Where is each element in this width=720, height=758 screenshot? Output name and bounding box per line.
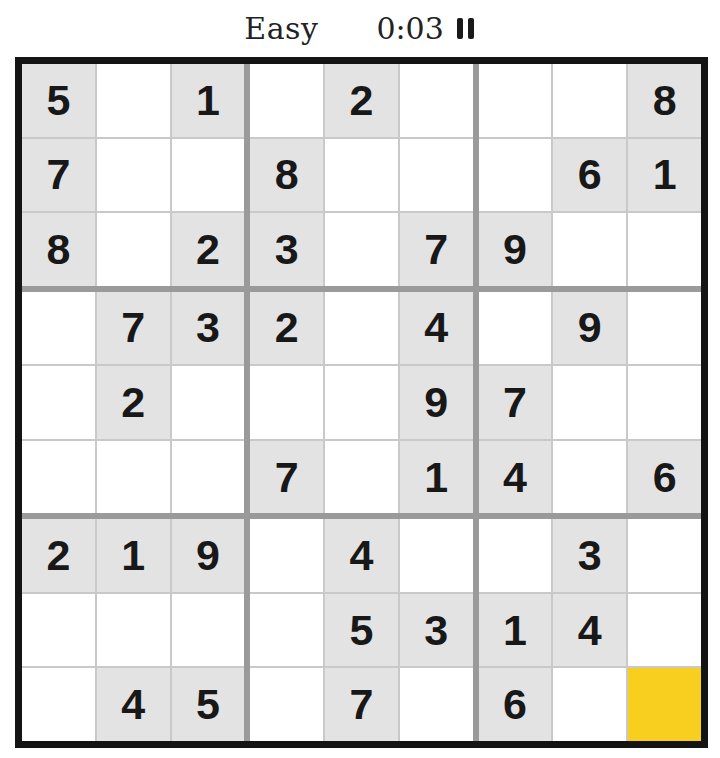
cell-r1c9[interactable]: 8	[628, 64, 701, 137]
box-r1c2: 2837	[250, 64, 472, 286]
cell-r2c6[interactable]	[400, 139, 473, 212]
cell-r5c7[interactable]: 7	[479, 366, 552, 439]
cell-r8c6[interactable]: 3	[400, 594, 473, 667]
cell-r1c2[interactable]	[97, 64, 170, 137]
cell-r5c8[interactable]	[553, 366, 626, 439]
box-r2c1: 732	[22, 292, 244, 514]
cell-r8c3[interactable]	[172, 594, 245, 667]
cell-r3c3[interactable]: 2	[172, 213, 245, 286]
timer: 0:03	[376, 11, 443, 46]
cell-r6c7[interactable]: 4	[479, 441, 552, 514]
cell-r9c2[interactable]: 4	[97, 668, 170, 741]
cell-r9c5[interactable]: 7	[325, 668, 398, 741]
cell-r1c1[interactable]: 5	[22, 64, 95, 137]
cell-r5c9[interactable]	[628, 366, 701, 439]
timer-group: 0:03	[376, 11, 475, 46]
cell-r6c4[interactable]: 7	[250, 441, 323, 514]
cell-r7c7[interactable]	[479, 519, 552, 592]
cell-r3c7[interactable]: 9	[479, 213, 552, 286]
cell-r2c7[interactable]	[479, 139, 552, 212]
box-r2c3: 9746	[479, 292, 701, 514]
cell-r4c8[interactable]: 9	[553, 292, 626, 365]
cell-r9c9[interactable]	[628, 668, 701, 741]
box-r3c3: 3146	[479, 519, 701, 741]
cell-r6c6[interactable]: 1	[400, 441, 473, 514]
cell-r6c3[interactable]	[172, 441, 245, 514]
game-header: Easy 0:03	[0, 0, 720, 56]
cell-r9c1[interactable]	[22, 668, 95, 741]
cell-r4c6[interactable]: 4	[400, 292, 473, 365]
cell-r2c3[interactable]	[172, 139, 245, 212]
box-r3c1: 21945	[22, 519, 244, 741]
cell-r3c6[interactable]: 7	[400, 213, 473, 286]
cell-r5c4[interactable]	[250, 366, 323, 439]
box-r3c2: 4537	[250, 519, 472, 741]
cell-r7c1[interactable]: 2	[22, 519, 95, 592]
cell-r1c5[interactable]: 2	[325, 64, 398, 137]
cell-r4c7[interactable]	[479, 292, 552, 365]
pause-icon	[468, 18, 474, 39]
cell-r5c1[interactable]	[22, 366, 95, 439]
cell-r1c4[interactable]	[250, 64, 323, 137]
cell-r8c5[interactable]: 5	[325, 594, 398, 667]
cell-r1c8[interactable]	[553, 64, 626, 137]
cell-r4c1[interactable]	[22, 292, 95, 365]
cell-r7c2[interactable]: 1	[97, 519, 170, 592]
cell-r7c4[interactable]	[250, 519, 323, 592]
cell-r3c5[interactable]	[325, 213, 398, 286]
cell-r5c3[interactable]	[172, 366, 245, 439]
cell-r7c5[interactable]: 4	[325, 519, 398, 592]
cell-r8c9[interactable]	[628, 594, 701, 667]
cell-r4c5[interactable]	[325, 292, 398, 365]
box-r1c3: 8619	[479, 64, 701, 286]
cell-r5c5[interactable]	[325, 366, 398, 439]
cell-r6c9[interactable]: 6	[628, 441, 701, 514]
cell-r9c8[interactable]	[553, 668, 626, 741]
cell-r5c6[interactable]: 9	[400, 366, 473, 439]
cell-r4c9[interactable]	[628, 292, 701, 365]
cell-r2c4[interactable]: 8	[250, 139, 323, 212]
cell-r8c8[interactable]: 4	[553, 594, 626, 667]
cell-r3c9[interactable]	[628, 213, 701, 286]
difficulty-label: Easy	[244, 11, 318, 46]
cell-r2c8[interactable]: 6	[553, 139, 626, 212]
cell-r8c2[interactable]	[97, 594, 170, 667]
cell-r9c3[interactable]: 5	[172, 668, 245, 741]
cell-r2c2[interactable]	[97, 139, 170, 212]
box-r2c2: 24971	[250, 292, 472, 514]
sudoku-board: 51782283786197322497197462194545373146	[15, 57, 708, 748]
cell-r2c9[interactable]: 1	[628, 139, 701, 212]
cell-r6c5[interactable]	[325, 441, 398, 514]
cell-r5c2[interactable]: 2	[97, 366, 170, 439]
cell-r3c4[interactable]: 3	[250, 213, 323, 286]
cell-r1c6[interactable]	[400, 64, 473, 137]
cell-r2c5[interactable]	[325, 139, 398, 212]
cell-r3c8[interactable]	[553, 213, 626, 286]
cell-r4c3[interactable]: 3	[172, 292, 245, 365]
pause-button[interactable]	[455, 16, 476, 41]
cell-r7c6[interactable]	[400, 519, 473, 592]
cell-r4c2[interactable]: 7	[97, 292, 170, 365]
cell-r6c8[interactable]	[553, 441, 626, 514]
cell-r2c1[interactable]: 7	[22, 139, 95, 212]
cell-r9c7[interactable]: 6	[479, 668, 552, 741]
cell-r3c2[interactable]	[97, 213, 170, 286]
cell-r3c1[interactable]: 8	[22, 213, 95, 286]
pause-icon	[457, 18, 463, 39]
cell-r7c9[interactable]	[628, 519, 701, 592]
cell-r1c7[interactable]	[479, 64, 552, 137]
cell-r7c3[interactable]: 9	[172, 519, 245, 592]
cell-r4c4[interactable]: 2	[250, 292, 323, 365]
cell-r7c8[interactable]: 3	[553, 519, 626, 592]
cell-r9c6[interactable]	[400, 668, 473, 741]
cell-r6c2[interactable]	[97, 441, 170, 514]
cell-r8c7[interactable]: 1	[479, 594, 552, 667]
cell-r6c1[interactable]	[22, 441, 95, 514]
cell-r8c1[interactable]	[22, 594, 95, 667]
cell-r1c3[interactable]: 1	[172, 64, 245, 137]
box-r1c1: 51782	[22, 64, 244, 286]
cell-r9c4[interactable]	[250, 668, 323, 741]
cell-r8c4[interactable]	[250, 594, 323, 667]
